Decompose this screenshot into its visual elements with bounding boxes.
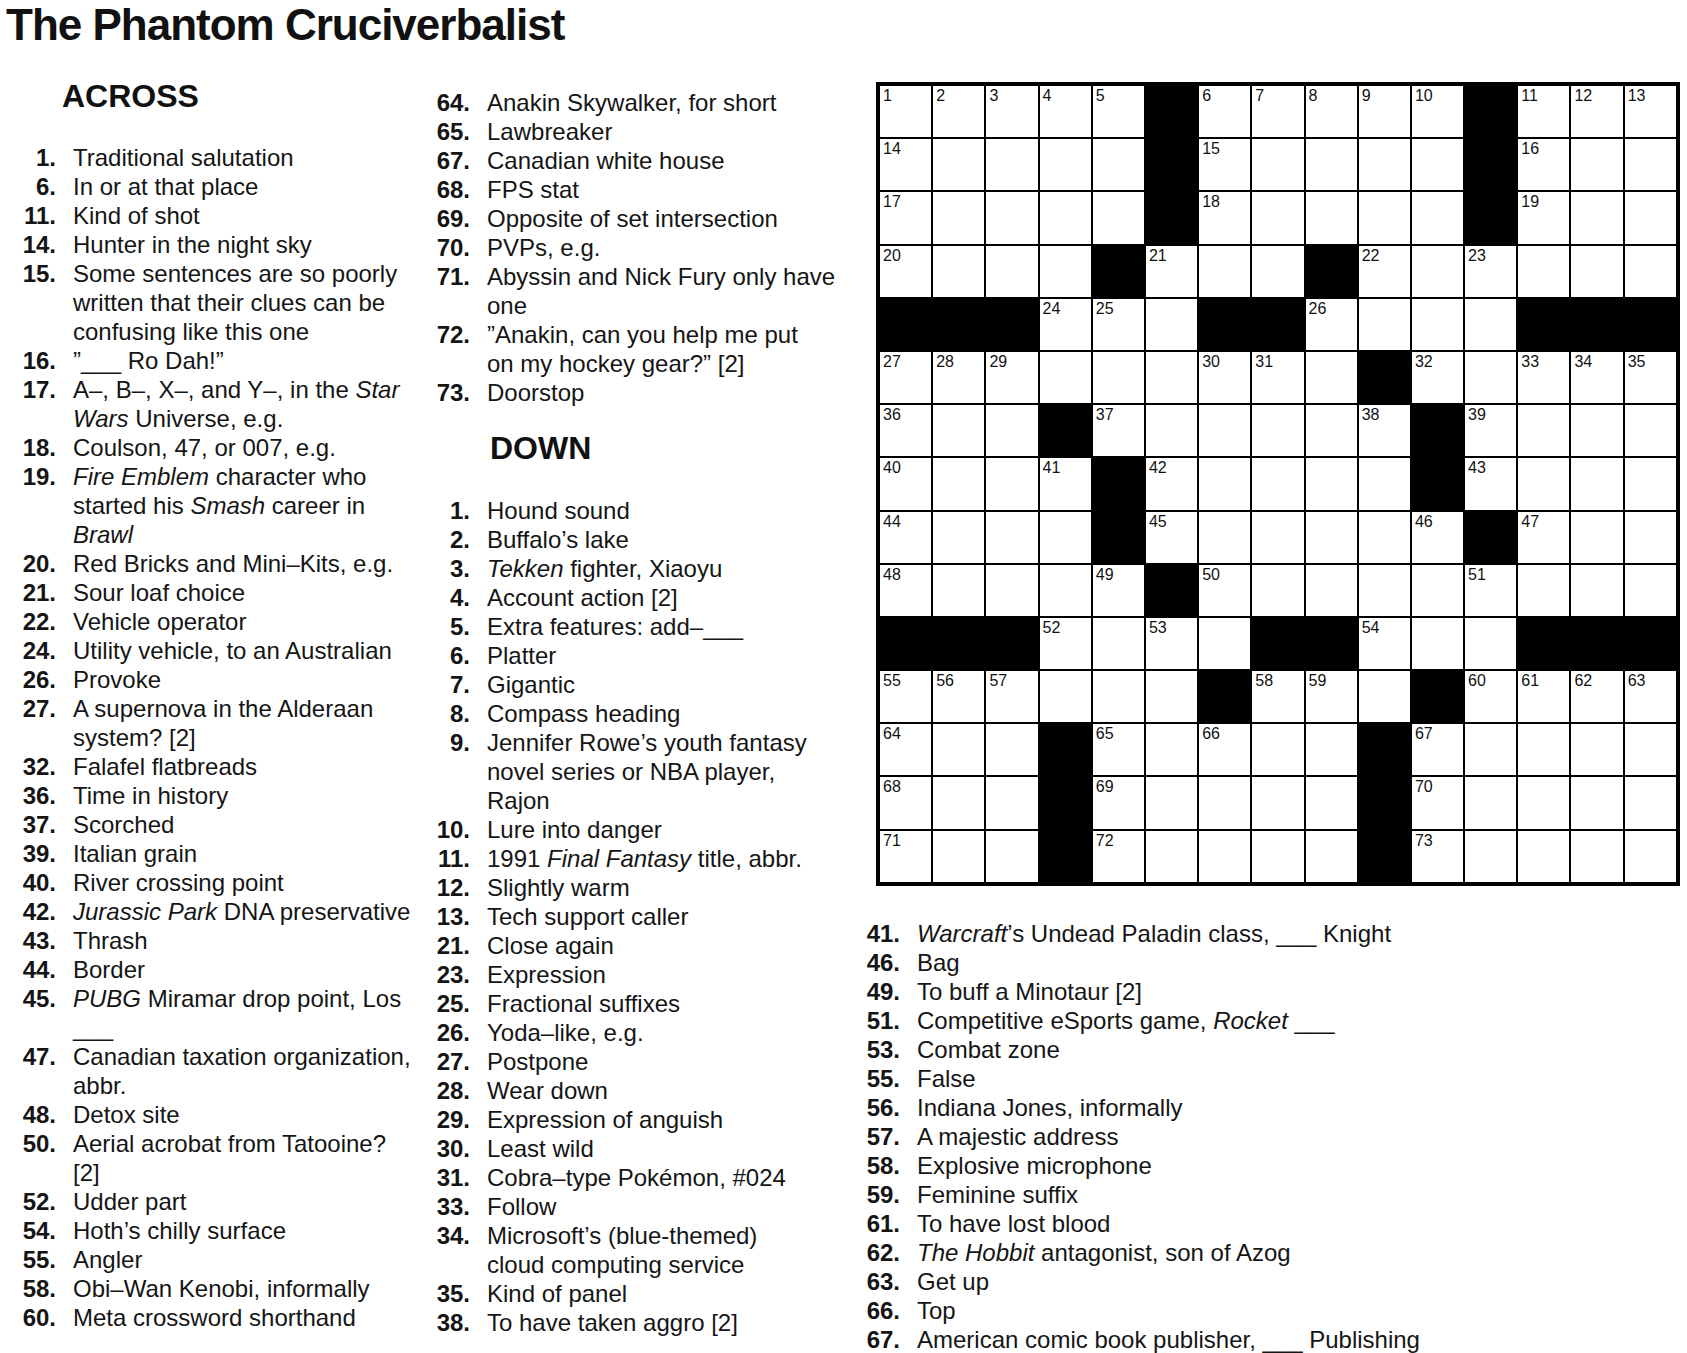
cell-r14c13[interactable] (1517, 776, 1570, 829)
cell-r14c8[interactable] (1251, 776, 1304, 829)
cell-r15c13[interactable] (1517, 830, 1570, 883)
cell-r11c7[interactable] (1198, 617, 1251, 670)
cell-r5c6[interactable] (1145, 298, 1198, 351)
cell-number: 40 (883, 459, 901, 477)
cell-r1c2[interactable]: 2 (932, 85, 985, 138)
cell-r3c4[interactable] (1039, 191, 1092, 244)
cell-number: 73 (1415, 832, 1433, 850)
cell-r10c5[interactable]: 49 (1092, 564, 1145, 617)
cell-r14c4 (1039, 776, 1092, 829)
clue-text: PVPs, e.g. (487, 233, 600, 262)
cell-r11c12[interactable] (1464, 617, 1517, 670)
cell-r14c7[interactable] (1198, 776, 1251, 829)
cell-r12c8[interactable]: 58 (1251, 670, 1304, 723)
cell-r9c15[interactable] (1624, 511, 1677, 564)
cell-r8c3[interactable] (985, 457, 1038, 510)
clue-text: False (917, 1064, 976, 1093)
cell-r13c14[interactable] (1570, 723, 1623, 776)
clue-number: 16. (8, 346, 56, 375)
clue-text: Explosive microphone (917, 1151, 1152, 1180)
clue-down-27: 27.Postpone (422, 1047, 807, 1076)
cell-r12c9[interactable]: 59 (1305, 670, 1358, 723)
cell-r8c10[interactable] (1358, 457, 1411, 510)
cell-r3c3[interactable] (985, 191, 1038, 244)
cell-r6c9[interactable] (1305, 351, 1358, 404)
cell-r10c14[interactable] (1570, 564, 1623, 617)
cell-r8c14[interactable] (1570, 457, 1623, 510)
cell-r12c12[interactable]: 60 (1464, 670, 1517, 723)
clue-text: Bag (917, 948, 960, 977)
cell-r10c2[interactable] (932, 564, 985, 617)
cell-number: 6 (1202, 87, 1211, 105)
clue-number: 5. (422, 612, 470, 641)
cell-r7c14[interactable] (1570, 404, 1623, 457)
clue-number: 66. (852, 1296, 900, 1325)
clue-text: Follow (487, 1192, 556, 1221)
cell-r7c1[interactable]: 36 (879, 404, 932, 457)
cell-r7c15[interactable] (1624, 404, 1677, 457)
cell-r10c10[interactable] (1358, 564, 1411, 617)
cell-r4c9 (1305, 245, 1358, 298)
cell-r10c4[interactable] (1039, 564, 1092, 617)
cell-r7c4 (1039, 404, 1092, 457)
cell-r4c11[interactable] (1411, 245, 1464, 298)
cell-r5c7 (1198, 298, 1251, 351)
cell-r1c4[interactable]: 4 (1039, 85, 1092, 138)
cell-r1c8[interactable]: 7 (1251, 85, 1304, 138)
cell-number: 66 (1202, 725, 1220, 743)
cell-r3c15[interactable] (1624, 191, 1677, 244)
cell-r6c15[interactable]: 35 (1624, 351, 1677, 404)
cell-r6c12[interactable] (1464, 351, 1517, 404)
cell-r15c8[interactable] (1251, 830, 1304, 883)
clue-text: Angler (73, 1245, 142, 1274)
cell-r2c11[interactable] (1411, 138, 1464, 191)
cell-r10c1[interactable]: 48 (879, 564, 932, 617)
cell-r13c5[interactable]: 65 (1092, 723, 1145, 776)
cell-r3c13[interactable]: 19 (1517, 191, 1570, 244)
cell-r12c10[interactable] (1358, 670, 1411, 723)
clue-across-32: 32.Falafel flatbreads (8, 752, 411, 781)
cell-r13c13[interactable] (1517, 723, 1570, 776)
cell-r12c14[interactable]: 62 (1570, 670, 1623, 723)
cell-number: 57 (989, 672, 1007, 690)
cell-r13c1[interactable]: 64 (879, 723, 932, 776)
cell-r8c6[interactable]: 42 (1145, 457, 1198, 510)
cell-r15c12[interactable] (1464, 830, 1517, 883)
cell-r1c7[interactable]: 6 (1198, 85, 1251, 138)
cell-r9c9[interactable] (1305, 511, 1358, 564)
cell-r11c11[interactable] (1411, 617, 1464, 670)
cell-r2c1[interactable]: 14 (879, 138, 932, 191)
cell-number: 68 (883, 778, 901, 796)
clue-number: 49. (852, 977, 900, 1006)
cell-r9c8[interactable] (1251, 511, 1304, 564)
cell-r8c9[interactable] (1305, 457, 1358, 510)
cell-r2c8[interactable] (1251, 138, 1304, 191)
clue-number: 6. (422, 641, 470, 670)
cell-r9c7[interactable] (1198, 511, 1251, 564)
clue-text: Tekken fighter, Xiaoyu (487, 554, 722, 583)
cell-r12c13[interactable]: 61 (1517, 670, 1570, 723)
cell-r15c15[interactable] (1624, 830, 1677, 883)
cell-r13c10 (1358, 723, 1411, 776)
cell-r15c5[interactable]: 72 (1092, 830, 1145, 883)
clue-text: Aerial acrobat from Tatooine?[2] (73, 1129, 386, 1187)
clue-text: A–, B–, X–, and Y–, in the StarWars Univ… (73, 375, 399, 433)
cell-r2c14[interactable] (1570, 138, 1623, 191)
cell-r2c9[interactable] (1305, 138, 1358, 191)
cell-r15c1[interactable]: 71 (879, 830, 932, 883)
cell-r13c4 (1039, 723, 1092, 776)
clue-across-44: 44.Border (8, 955, 411, 984)
cell-r2c10[interactable] (1358, 138, 1411, 191)
cell-r12c6[interactable] (1145, 670, 1198, 723)
cell-r1c13[interactable]: 11 (1517, 85, 1570, 138)
cell-r15c14[interactable] (1570, 830, 1623, 883)
cell-r14c2[interactable] (932, 776, 985, 829)
cell-r4c14[interactable] (1570, 245, 1623, 298)
cell-r5c11[interactable] (1411, 298, 1464, 351)
cell-number: 28 (936, 353, 954, 371)
clue-text: ”Anakin, can you help me puton my hockey… (487, 320, 798, 378)
cell-r5c13 (1517, 298, 1570, 351)
puzzle-title: The Phantom Cruciverbalist (6, 0, 564, 50)
cell-r6c2[interactable]: 28 (932, 351, 985, 404)
cell-r11c10[interactable]: 54 (1358, 617, 1411, 670)
cell-r2c7[interactable]: 15 (1198, 138, 1251, 191)
clue-across-17: 17.A–, B–, X–, and Y–, in the StarWars U… (8, 375, 411, 433)
clue-text: ”___ Ro Dah!” (73, 346, 224, 375)
cell-r15c9[interactable] (1305, 830, 1358, 883)
clue-across-36: 36.Time in history (8, 781, 411, 810)
cell-r15c3[interactable] (985, 830, 1038, 883)
cell-number: 63 (1628, 672, 1646, 690)
cell-r12c15[interactable]: 63 (1624, 670, 1677, 723)
cell-r10c12[interactable]: 51 (1464, 564, 1517, 617)
cell-r11c1 (879, 617, 932, 670)
clue-number: 55. (8, 1245, 56, 1274)
clue-text: 1991 Final Fantasy title, abbr. (487, 844, 802, 873)
cell-r4c7[interactable] (1198, 245, 1251, 298)
clue-number: 58. (8, 1274, 56, 1303)
cell-r2c5[interactable] (1092, 138, 1145, 191)
cell-r7c9[interactable] (1305, 404, 1358, 457)
cell-r10c3[interactable] (985, 564, 1038, 617)
cell-r6c7[interactable]: 30 (1198, 351, 1251, 404)
cell-r2c4[interactable] (1039, 138, 1092, 191)
cell-r5c10[interactable] (1358, 298, 1411, 351)
cell-r6c4[interactable] (1039, 351, 1092, 404)
clue-number: 13. (422, 902, 470, 931)
cell-r14c11[interactable]: 70 (1411, 776, 1464, 829)
down-header: DOWN (490, 430, 591, 467)
clue-number: 67. (422, 146, 470, 175)
cell-r9c2[interactable] (932, 511, 985, 564)
clue-number: 17. (8, 375, 56, 404)
cell-r13c2[interactable] (932, 723, 985, 776)
cell-r12c1[interactable]: 55 (879, 670, 932, 723)
cell-r15c2[interactable] (932, 830, 985, 883)
cell-r5c9[interactable]: 26 (1305, 298, 1358, 351)
cell-r7c12[interactable]: 39 (1464, 404, 1517, 457)
clue-text: Jurassic Park DNA preservative (73, 897, 410, 926)
clue-number: 53. (852, 1035, 900, 1064)
cell-r12c2[interactable]: 56 (932, 670, 985, 723)
cell-r3c9[interactable] (1305, 191, 1358, 244)
cell-r6c5[interactable] (1092, 351, 1145, 404)
cell-r9c10[interactable] (1358, 511, 1411, 564)
crossword-grid: 1234567891011121314151617181920212223242… (876, 82, 1680, 886)
cell-r6c14[interactable]: 34 (1570, 351, 1623, 404)
cell-r15c11[interactable]: 73 (1411, 830, 1464, 883)
clue-number: 59. (852, 1180, 900, 1209)
cell-r5c8 (1251, 298, 1304, 351)
clue-number: 22. (8, 607, 56, 636)
cell-r14c1[interactable]: 68 (879, 776, 932, 829)
cell-r2c15[interactable] (1624, 138, 1677, 191)
cell-r5c5[interactable]: 25 (1092, 298, 1145, 351)
cell-r9c3[interactable] (985, 511, 1038, 564)
cell-r10c13[interactable] (1517, 564, 1570, 617)
clue-number: 42. (8, 897, 56, 926)
clue-number: 36. (8, 781, 56, 810)
cell-r3c2[interactable] (932, 191, 985, 244)
cell-r7c13[interactable] (1517, 404, 1570, 457)
cell-r14c9[interactable] (1305, 776, 1358, 829)
cell-r13c7[interactable]: 66 (1198, 723, 1251, 776)
cell-r10c7[interactable]: 50 (1198, 564, 1251, 617)
cell-r1c9[interactable]: 8 (1305, 85, 1358, 138)
cell-r13c8[interactable] (1251, 723, 1304, 776)
cell-r13c3[interactable] (985, 723, 1038, 776)
cell-r1c3[interactable]: 3 (985, 85, 1038, 138)
clue-text: Italian grain (73, 839, 197, 868)
cell-r4c2[interactable] (932, 245, 985, 298)
cell-r13c11[interactable]: 67 (1411, 723, 1464, 776)
cell-r7c3[interactable] (985, 404, 1038, 457)
cell-r9c5 (1092, 511, 1145, 564)
clue-number: 38. (422, 1308, 470, 1337)
cell-r1c14[interactable]: 12 (1570, 85, 1623, 138)
cell-r6c3[interactable]: 29 (985, 351, 1038, 404)
clue-text: Extra features: add–___ (487, 612, 743, 641)
cell-r7c8[interactable] (1251, 404, 1304, 457)
cell-r15c7[interactable] (1198, 830, 1251, 883)
clue-number: 12. (422, 873, 470, 902)
cell-number: 20 (883, 247, 901, 265)
clue-number: 48. (8, 1100, 56, 1129)
clue-across-55: 55.Angler (8, 1245, 411, 1274)
cell-r14c14[interactable] (1570, 776, 1623, 829)
cell-r12c3[interactable]: 57 (985, 670, 1038, 723)
cell-r10c9[interactable] (1305, 564, 1358, 617)
clue-down-66: 66.Top (852, 1296, 1420, 1325)
cell-r9c14[interactable] (1570, 511, 1623, 564)
cell-r3c14[interactable] (1570, 191, 1623, 244)
cell-r8c1[interactable]: 40 (879, 457, 932, 510)
cell-r2c12 (1464, 138, 1517, 191)
cell-r4c15[interactable] (1624, 245, 1677, 298)
cell-r12c5[interactable] (1092, 670, 1145, 723)
cell-r9c13[interactable]: 47 (1517, 511, 1570, 564)
cell-r3c10[interactable] (1358, 191, 1411, 244)
cell-r4c3[interactable] (985, 245, 1038, 298)
cell-number: 18 (1202, 193, 1220, 211)
cell-r13c12[interactable] (1464, 723, 1517, 776)
cell-r1c11[interactable]: 10 (1411, 85, 1464, 138)
cell-r5c14 (1570, 298, 1623, 351)
clue-text: River crossing point (73, 868, 284, 897)
cell-r3c1[interactable]: 17 (879, 191, 932, 244)
cell-r14c3[interactable] (985, 776, 1038, 829)
clue-down-51: 51.Competitive eSports game, Rocket ___ (852, 1006, 1420, 1035)
clue-down-3: 3.Tekken fighter, Xiaoyu (422, 554, 807, 583)
cell-r2c13[interactable]: 16 (1517, 138, 1570, 191)
cell-r13c15[interactable] (1624, 723, 1677, 776)
cell-r8c12[interactable]: 43 (1464, 457, 1517, 510)
cell-r4c13[interactable] (1517, 245, 1570, 298)
cell-r6c1[interactable]: 27 (879, 351, 932, 404)
cell-r9c4[interactable] (1039, 511, 1092, 564)
cell-r5c12[interactable] (1464, 298, 1517, 351)
clue-number: 26. (8, 665, 56, 694)
cell-r2c2[interactable] (932, 138, 985, 191)
clue-number: 31. (422, 1163, 470, 1192)
across-clues-column: 1.Traditional salutation6.In or at that … (8, 143, 411, 1332)
clue-down-46: 46.Bag (852, 948, 1420, 977)
clue-number: 43. (8, 926, 56, 955)
cell-r4c6[interactable]: 21 (1145, 245, 1198, 298)
clue-across-1: 1.Traditional salutation (8, 143, 411, 172)
cell-r6c13[interactable]: 33 (1517, 351, 1570, 404)
cell-r14c5[interactable]: 69 (1092, 776, 1145, 829)
clue-down-58: 58.Explosive microphone (852, 1151, 1420, 1180)
clue-number: 32. (8, 752, 56, 781)
cell-r2c3[interactable] (985, 138, 1038, 191)
cell-r13c6[interactable] (1145, 723, 1198, 776)
clue-across-47: 47.Canadian taxation organization,abbr. (8, 1042, 411, 1100)
cell-r3c11[interactable] (1411, 191, 1464, 244)
cell-r14c12[interactable] (1464, 776, 1517, 829)
cell-r6c6[interactable] (1145, 351, 1198, 404)
cell-r11c5[interactable] (1092, 617, 1145, 670)
cell-number: 59 (1309, 672, 1327, 690)
cell-r5c4[interactable]: 24 (1039, 298, 1092, 351)
clue-number: 46. (852, 948, 900, 977)
cell-r1c10[interactable]: 9 (1358, 85, 1411, 138)
cell-r1c15[interactable]: 13 (1624, 85, 1677, 138)
cell-r14c6[interactable] (1145, 776, 1198, 829)
cell-r10c11[interactable] (1411, 564, 1464, 617)
clue-number: 58. (852, 1151, 900, 1180)
cell-r11c6[interactable]: 53 (1145, 617, 1198, 670)
clue-number: 20. (8, 549, 56, 578)
cell-r10c8[interactable] (1251, 564, 1304, 617)
cell-r3c5[interactable] (1092, 191, 1145, 244)
cell-r4c12[interactable]: 23 (1464, 245, 1517, 298)
cell-r4c5 (1092, 245, 1145, 298)
cell-r1c5[interactable]: 5 (1092, 85, 1145, 138)
clue-text: Account action [2] (487, 583, 678, 612)
cell-r7c5[interactable]: 37 (1092, 404, 1145, 457)
cell-r11c4[interactable]: 52 (1039, 617, 1092, 670)
clue-text: In or at that place (73, 172, 258, 201)
cell-r8c2[interactable] (932, 457, 985, 510)
cell-r11c13 (1517, 617, 1570, 670)
clue-number: 67. (852, 1325, 900, 1353)
clue-down-28: 28.Wear down (422, 1076, 807, 1105)
cell-r9c11[interactable]: 46 (1411, 511, 1464, 564)
cell-r1c1[interactable]: 1 (879, 85, 932, 138)
cell-r8c15[interactable] (1624, 457, 1677, 510)
cell-r3c8[interactable] (1251, 191, 1304, 244)
cell-r1c12 (1464, 85, 1517, 138)
clue-number: 6. (8, 172, 56, 201)
cell-r7c7[interactable] (1198, 404, 1251, 457)
clue-text: Fractional suffixes (487, 989, 680, 1018)
cell-r15c6[interactable] (1145, 830, 1198, 883)
clue-text: Udder part (73, 1187, 186, 1216)
cell-r8c4[interactable]: 41 (1039, 457, 1092, 510)
cell-r4c8[interactable] (1251, 245, 1304, 298)
cell-r9c1[interactable]: 44 (879, 511, 932, 564)
clue-text: Tech support caller (487, 902, 688, 931)
cell-r8c8[interactable] (1251, 457, 1304, 510)
cell-r6c8[interactable]: 31 (1251, 351, 1304, 404)
clue-down-10: 10.Lure into danger (422, 815, 807, 844)
cell-r14c15[interactable] (1624, 776, 1677, 829)
clue-down-26: 26.Yoda–like, e.g. (422, 1018, 807, 1047)
clue-down-23: 23.Expression (422, 960, 807, 989)
cell-r13c9[interactable] (1305, 723, 1358, 776)
clue-across-24: 24.Utility vehicle, to an Australian (8, 636, 411, 665)
cell-r12c4[interactable] (1039, 670, 1092, 723)
cell-number: 22 (1362, 247, 1380, 265)
cell-r7c10[interactable]: 38 (1358, 404, 1411, 457)
clue-down-31: 31.Cobra–type Pokémon, #024 (422, 1163, 807, 1192)
clue-text: Buffalo’s lake (487, 525, 629, 554)
clue-across-16: 16.”___ Ro Dah!” (8, 346, 411, 375)
clue-down-1: 1.Hound sound (422, 496, 807, 525)
clue-number: 23. (422, 960, 470, 989)
clue-text: Combat zone (917, 1035, 1060, 1064)
clue-text: Least wild (487, 1134, 594, 1163)
clue-number: 57. (852, 1122, 900, 1151)
cell-r7c6[interactable] (1145, 404, 1198, 457)
clue-number: 73. (422, 378, 470, 407)
clue-number: 30. (422, 1134, 470, 1163)
cell-r6c11[interactable]: 32 (1411, 351, 1464, 404)
cell-r3c7[interactable]: 18 (1198, 191, 1251, 244)
cell-r4c4[interactable] (1039, 245, 1092, 298)
cell-r8c7[interactable] (1198, 457, 1251, 510)
cell-r4c10[interactable]: 22 (1358, 245, 1411, 298)
clue-text: Scorched (73, 810, 174, 839)
cell-r4c1[interactable]: 20 (879, 245, 932, 298)
clue-down-2: 2.Buffalo’s lake (422, 525, 807, 554)
cell-r10c15[interactable] (1624, 564, 1677, 617)
clue-down-21: 21.Close again (422, 931, 807, 960)
cell-number: 1 (883, 87, 892, 105)
cell-r7c2[interactable] (932, 404, 985, 457)
cell-number: 45 (1149, 513, 1167, 531)
clue-down-34: 34.Microsoft’s (blue-themed)cloud comput… (422, 1221, 807, 1279)
cell-number: 64 (883, 725, 901, 743)
clue-text: Wear down (487, 1076, 608, 1105)
cell-r9c6[interactable]: 45 (1145, 511, 1198, 564)
cell-r8c13[interactable] (1517, 457, 1570, 510)
